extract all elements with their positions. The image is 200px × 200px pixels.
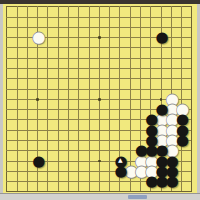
star-point (36, 98, 39, 101)
grid-line-horizontal (6, 109, 192, 110)
star-point (36, 160, 39, 163)
go-board[interactable]: ●●●●●●●●●●●●●●●●●●●●●●●●●●●●●●●▲●●●●●● (3, 4, 197, 193)
grid-line-horizontal (6, 140, 192, 141)
grid-line-vertical (171, 6, 172, 192)
window-left-border (0, 4, 3, 193)
grid-line-horizontal (6, 150, 192, 151)
grid-line-horizontal (6, 171, 192, 172)
star-point (160, 98, 163, 101)
grid-line-horizontal (6, 119, 192, 120)
star-point (98, 36, 101, 39)
window-right-border (197, 4, 200, 193)
grid-line-vertical (130, 6, 131, 192)
star-point (160, 36, 163, 39)
status-bar (0, 193, 200, 200)
grid-line-vertical (109, 6, 110, 192)
grid-line-vertical (191, 6, 192, 192)
grid-line-vertical (181, 6, 182, 192)
status-indicator[interactable] (128, 195, 147, 199)
star-point (98, 98, 101, 101)
grid-line-vertical (140, 6, 141, 192)
star-point (160, 160, 163, 163)
grid-line-vertical (119, 6, 120, 192)
grid-line-vertical (150, 6, 151, 192)
grid-line-horizontal (6, 130, 192, 131)
grid-line-horizontal (6, 181, 192, 182)
star-point (98, 160, 101, 163)
go-app-window: ●●●●●●●●●●●●●●●●●●●●●●●●●●●●●●●▲●●●●●● (0, 0, 200, 200)
star-point (36, 36, 39, 39)
